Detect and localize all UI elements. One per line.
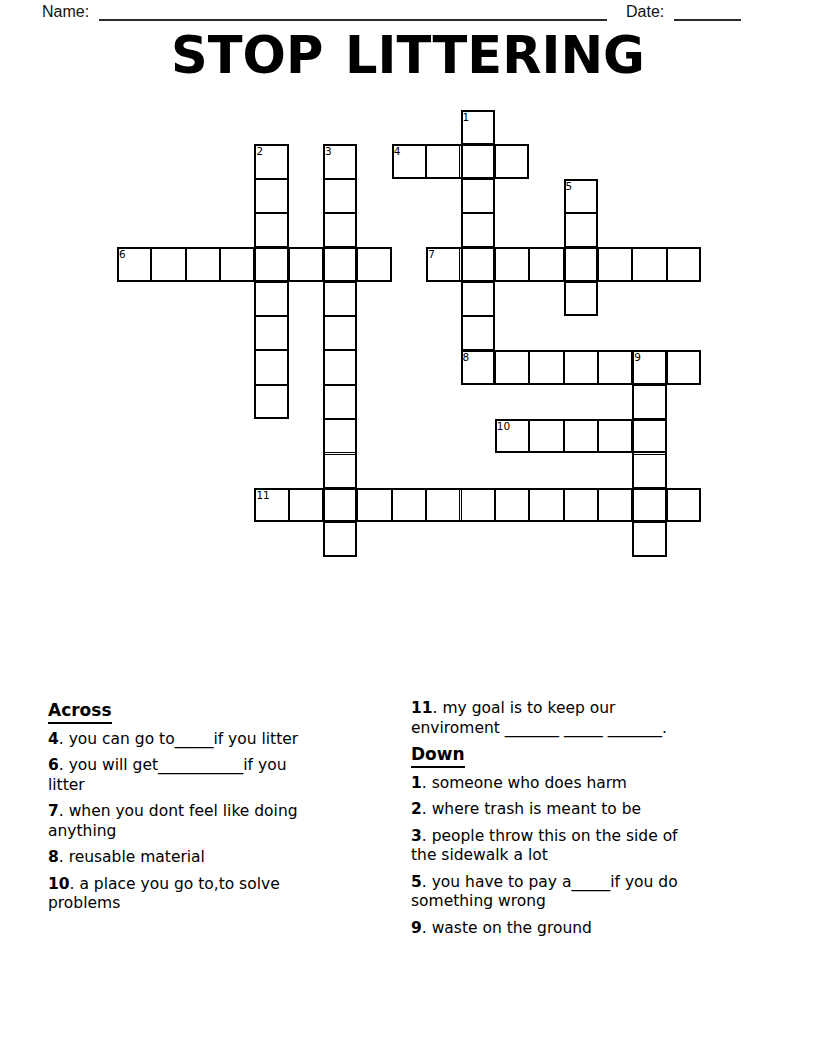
across-heading: Across (48, 701, 112, 724)
clue-across-10-number: 10 (48, 875, 70, 893)
clue-down-5-number: 5 (411, 873, 422, 891)
clue-number-5: 5 (564, 179, 573, 192)
cell-r4c15[interactable] (632, 247, 666, 281)
cell-r5c4[interactable] (254, 282, 288, 316)
cell-r6c10[interactable] (461, 316, 495, 350)
clue-number-7: 7 (426, 247, 435, 260)
cell-r2c10[interactable] (461, 179, 495, 213)
clue-down-5-text: you have to pay a_____if you do somethin… (411, 873, 678, 911)
cell-r11c11[interactable] (495, 488, 529, 522)
clue-across-10-text: a place you go to,to solve problems (48, 875, 280, 913)
clue-across-4-number: 4 (48, 730, 59, 748)
cell-r4c10[interactable] (461, 247, 495, 281)
clue-across-11: 11. my goal is to keep our enviroment __… (411, 699, 753, 738)
cell-r11c14[interactable] (598, 488, 632, 522)
clue-across-7-number: 7 (48, 802, 59, 820)
cell-r4c3[interactable] (220, 247, 254, 281)
cell-r8c15[interactable] (632, 385, 666, 419)
date-label: Date: (626, 3, 664, 21)
cell-r11c8[interactable] (392, 488, 426, 522)
cell-r11c9[interactable] (426, 488, 460, 522)
cell-r9c6[interactable] (323, 419, 357, 453)
clue-across-11-number: 11 (411, 699, 433, 717)
clue-across-7: 7. when you dont feel like doing anythin… (48, 802, 356, 841)
cell-r6c4[interactable] (254, 316, 288, 350)
clue-number-9: 9 (632, 350, 641, 363)
clue-down-1-text: someone who does harm (432, 774, 627, 792)
cell-r2c4[interactable] (254, 179, 288, 213)
clue-number-8: 8 (461, 350, 470, 363)
cell-r6c6[interactable] (323, 316, 357, 350)
cell-r11c13[interactable] (564, 488, 598, 522)
clue-across-4-text: you can go to_____if you litter (69, 730, 299, 748)
cell-r2c6[interactable] (323, 179, 357, 213)
clue-down-9: 9. waste on the ground (411, 919, 753, 939)
worksheet-page: { "header": { "name_label": "Name:", "da… (0, 0, 816, 1056)
clue-number-4: 4 (392, 144, 401, 157)
cell-r7c11[interactable] (495, 350, 529, 384)
clue-across-8-number: 8 (48, 848, 59, 866)
clue-across-4: 4. you can go to_____if you litter (48, 730, 356, 750)
cell-r3c6[interactable] (323, 213, 357, 247)
cell-r9c12[interactable] (529, 419, 563, 453)
cell-r4c16[interactable] (667, 247, 701, 281)
cell-r7c13[interactable] (564, 350, 598, 384)
clue-across-11-text: my goal is to keep our enviroment ______… (411, 699, 667, 737)
clue-down-2: 2. where trash is meant to be (411, 800, 753, 820)
down-clues-column: 11. my goal is to keep our enviroment __… (411, 699, 753, 945)
clue-down-3-number: 3 (411, 827, 422, 845)
clue-across-7-text: when you dont feel like doing anything (48, 802, 298, 840)
cell-r1c9[interactable] (426, 144, 460, 178)
clue-down-1: 1. someone who does harm (411, 774, 753, 794)
name-input-line[interactable] (99, 0, 607, 21)
cell-r11c15[interactable] (632, 488, 666, 522)
cell-r4c5[interactable] (289, 247, 323, 281)
clue-down-1-number: 1 (411, 774, 422, 792)
date-input-line[interactable] (674, 0, 741, 21)
cell-r4c7[interactable] (357, 247, 391, 281)
down-clues-list: 1. someone who does harm2. where trash i… (411, 774, 753, 939)
across-clues-list: 4. you can go to_____if you litter6. you… (48, 730, 356, 914)
cell-r8c4[interactable] (254, 385, 288, 419)
cell-r3c10[interactable] (461, 213, 495, 247)
cell-r7c6[interactable] (323, 350, 357, 384)
cell-r4c4[interactable] (254, 247, 288, 281)
cell-r11c6[interactable] (323, 488, 357, 522)
cell-r7c14[interactable] (598, 350, 632, 384)
clue-across-6: 6. you will get___________if you litter (48, 756, 356, 795)
clue-down-3: 3. people throw this on the side of the … (411, 827, 753, 866)
clue-across-8: 8. reusable material (48, 848, 356, 868)
clue-number-2: 2 (254, 144, 263, 157)
cell-r1c10[interactable] (461, 144, 495, 178)
cell-r1c11[interactable] (495, 144, 529, 178)
cell-r10c6[interactable] (323, 454, 357, 488)
name-label: Name: (42, 3, 89, 21)
cell-r8c6[interactable] (323, 385, 357, 419)
cell-r5c10[interactable] (461, 282, 495, 316)
cell-r4c1[interactable] (151, 247, 185, 281)
crossword-grid: 1234567891011 (117, 110, 701, 557)
clue-number-11: 11 (254, 488, 269, 501)
cell-r4c14[interactable] (598, 247, 632, 281)
cell-r11c5[interactable] (289, 488, 323, 522)
cell-r9c14[interactable] (598, 419, 632, 453)
cell-r4c13[interactable] (564, 247, 598, 281)
clue-down-9-text: waste on the ground (432, 919, 592, 937)
cell-r4c12[interactable] (529, 247, 563, 281)
cell-r11c10[interactable] (461, 488, 495, 522)
clue-number-3: 3 (323, 144, 332, 157)
clue-down-9-number: 9 (411, 919, 422, 937)
cell-r9c15[interactable] (632, 419, 666, 453)
cell-r12c6[interactable] (323, 522, 357, 556)
clue-number-10: 10 (495, 419, 510, 432)
cell-r3c4[interactable] (254, 213, 288, 247)
cell-r7c12[interactable] (529, 350, 563, 384)
clue-across-6-number: 6 (48, 756, 59, 774)
clue-across-10: 10. a place you go to,to solve problems (48, 875, 356, 914)
cell-r4c6[interactable] (323, 247, 357, 281)
cell-r4c2[interactable] (186, 247, 220, 281)
clue-down-3-text: people throw this on the side of the sid… (411, 827, 678, 865)
clue-number-1: 1 (461, 110, 470, 123)
cell-r9c13[interactable] (564, 419, 598, 453)
down-heading: Down (411, 745, 465, 768)
cell-r10c15[interactable] (632, 454, 666, 488)
across-overflow-clues-list: 11. my goal is to keep our enviroment __… (411, 699, 753, 738)
cell-r11c16[interactable] (667, 488, 701, 522)
across-clues-column: Across 4. you can go to_____if you litte… (48, 701, 356, 921)
clue-across-6-text: you will get___________if you litter (48, 756, 286, 794)
cell-r7c4[interactable] (254, 350, 288, 384)
cell-r11c7[interactable] (357, 488, 391, 522)
cell-r5c13[interactable] (564, 282, 598, 316)
cell-r7c16[interactable] (667, 350, 701, 384)
clue-across-8-text: reusable material (69, 848, 205, 866)
clue-down-5: 5. you have to pay a_____if you do somet… (411, 873, 753, 912)
page-title: STOP LITTERING (0, 28, 816, 84)
cell-r5c6[interactable] (323, 282, 357, 316)
cell-r3c13[interactable] (564, 213, 598, 247)
clue-number-6: 6 (117, 247, 126, 260)
cell-r11c12[interactable] (529, 488, 563, 522)
cell-r12c15[interactable] (632, 522, 666, 556)
cell-r4c11[interactable] (495, 247, 529, 281)
clue-down-2-text: where trash is meant to be (432, 800, 641, 818)
clue-down-2-number: 2 (411, 800, 422, 818)
